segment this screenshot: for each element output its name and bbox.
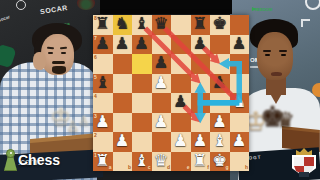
square-h7[interactable]: ♟ bbox=[230, 35, 250, 55]
square-f8[interactable]: ♜ bbox=[191, 15, 211, 35]
square-e7[interactable] bbox=[171, 35, 191, 55]
piece-black-p-g5[interactable]: ♟ bbox=[210, 73, 230, 93]
square-g8[interactable]: ♚ bbox=[210, 15, 230, 35]
piece-white-p-e2[interactable]: ♟ bbox=[171, 131, 191, 151]
piece-black-p-h7[interactable]: ♟ bbox=[230, 34, 250, 54]
wooden-white-pawn: ♙ bbox=[78, 113, 90, 128]
square-h4[interactable]: ♞ bbox=[230, 93, 250, 113]
piece-white-r-f1[interactable]: ♜ bbox=[191, 151, 211, 171]
square-e2[interactable]: ♟ bbox=[171, 132, 191, 152]
dgt-logo: DGT bbox=[249, 155, 262, 161]
shield-base bbox=[299, 172, 309, 177]
square-b7[interactable]: ♟ bbox=[113, 35, 133, 55]
chesscom-logo-text: Chess.com bbox=[18, 150, 38, 172]
event-crest-logo bbox=[289, 148, 319, 178]
square-d8[interactable]: ♛ bbox=[152, 15, 172, 35]
square-a4[interactable]: 4 bbox=[93, 93, 113, 113]
square-c3[interactable] bbox=[132, 113, 152, 133]
square-c4[interactable] bbox=[132, 93, 152, 113]
shield-quarter bbox=[294, 157, 304, 166]
square-e3[interactable] bbox=[171, 113, 191, 133]
square-f7[interactable]: ♟ bbox=[191, 35, 211, 55]
piece-black-p-d6[interactable]: ♟ bbox=[152, 53, 172, 73]
piece-white-b-c1[interactable]: ♝ bbox=[132, 151, 152, 171]
square-g6[interactable] bbox=[210, 54, 230, 74]
piece-black-p-a7[interactable]: ♟ bbox=[93, 34, 113, 54]
square-g2[interactable]: ♝ bbox=[210, 132, 230, 152]
piece-black-r-f8[interactable]: ♜ bbox=[191, 14, 211, 34]
rank-label-6: 6 bbox=[94, 55, 97, 60]
square-c6[interactable] bbox=[132, 54, 152, 74]
square-e1[interactable]: e bbox=[171, 152, 191, 172]
chesscom-logo[interactable]: Chess.com bbox=[4, 147, 96, 175]
shield-quarter bbox=[304, 157, 314, 166]
square-g7[interactable] bbox=[210, 35, 230, 55]
square-h2[interactable]: ♟ bbox=[230, 132, 250, 152]
file-label-e: e bbox=[187, 165, 190, 170]
piece-white-b-g2[interactable]: ♝ bbox=[210, 131, 230, 151]
piece-black-p-e4[interactable]: ♟ bbox=[171, 92, 191, 112]
square-a8[interactable]: 8♜ bbox=[93, 15, 113, 35]
player-right-eye bbox=[265, 54, 270, 56]
square-d7[interactable] bbox=[152, 35, 172, 55]
square-g3[interactable]: ♟ bbox=[210, 113, 230, 133]
square-f2[interactable]: ♟ bbox=[191, 132, 211, 152]
square-f6[interactable] bbox=[191, 54, 211, 74]
piece-black-b-a5[interactable]: ♝ bbox=[93, 73, 113, 93]
top-black-bar bbox=[100, 0, 232, 14]
square-b2[interactable]: ♟ bbox=[113, 132, 133, 152]
piece-black-b-c8[interactable]: ♝ bbox=[132, 14, 152, 34]
square-c8[interactable]: ♝ bbox=[132, 15, 152, 35]
piece-white-q-d1[interactable]: ♛ bbox=[152, 151, 172, 171]
piece-black-r-a8[interactable]: ♜ bbox=[93, 14, 113, 34]
rank-label-2: 2 bbox=[94, 133, 97, 138]
square-e5[interactable] bbox=[171, 74, 191, 94]
square-c2[interactable] bbox=[132, 132, 152, 152]
square-d1[interactable]: d♛ bbox=[152, 152, 172, 172]
square-c7[interactable]: ♟ bbox=[132, 35, 152, 55]
player-right-eyebrow bbox=[263, 50, 271, 52]
player-right-eye bbox=[281, 54, 286, 56]
square-d3[interactable]: ♟ bbox=[152, 113, 172, 133]
square-h3[interactable] bbox=[230, 113, 250, 133]
square-g4[interactable] bbox=[210, 93, 230, 113]
wooden-black-queen: ♛ bbox=[276, 108, 295, 132]
player-right-lips bbox=[271, 72, 282, 76]
square-h8[interactable] bbox=[230, 15, 250, 35]
circle-logo-icon bbox=[16, 0, 26, 10]
player-right-eyebrow bbox=[279, 50, 287, 52]
chess-board[interactable]: 8♜♞♝♛♜♚7♟♟♟♟♟6♟5♝♟♟4♟♞3♟♟♟2♟♟♟♝♟1a♜bc♝d♛… bbox=[93, 15, 249, 171]
file-label-b: b bbox=[128, 165, 131, 170]
player-left-mustache bbox=[52, 61, 65, 64]
pawn-mascot-eye bbox=[10, 152, 12, 154]
file-label-h: h bbox=[245, 165, 248, 170]
square-d5[interactable]: ♟ bbox=[152, 74, 172, 94]
square-b1[interactable]: b bbox=[113, 152, 133, 172]
square-a6[interactable]: 6 bbox=[93, 54, 113, 74]
player-left-eye bbox=[61, 52, 66, 54]
square-d2[interactable] bbox=[152, 132, 172, 152]
square-a5[interactable]: 5♝ bbox=[93, 74, 113, 94]
player-left-goatee bbox=[52, 66, 66, 74]
piece-white-p-a3[interactable]: ♟ bbox=[93, 112, 113, 132]
square-b8[interactable]: ♞ bbox=[113, 15, 133, 35]
piece-white-p-d5[interactable]: ♟ bbox=[152, 73, 172, 93]
square-b5[interactable] bbox=[113, 74, 133, 94]
square-a7[interactable]: 7♟ bbox=[93, 35, 113, 55]
piece-black-k-g8[interactable]: ♚ bbox=[210, 14, 230, 34]
square-e8[interactable] bbox=[171, 15, 191, 35]
piece-white-p-d3[interactable]: ♟ bbox=[152, 112, 172, 132]
piece-white-p-h2[interactable]: ♟ bbox=[230, 131, 250, 151]
square-b3[interactable] bbox=[113, 113, 133, 133]
piece-white-k-g1[interactable]: ♚ bbox=[210, 151, 230, 171]
square-g5[interactable]: ♟ bbox=[210, 74, 230, 94]
thumbnail-stage: SOCAR socar FREEDOM FREEDOM OM ♔ ♙ ♙ ♔ ♚… bbox=[0, 0, 320, 180]
square-h5[interactable] bbox=[230, 74, 250, 94]
square-h6[interactable] bbox=[230, 54, 250, 74]
square-h1[interactable]: h bbox=[230, 152, 250, 172]
piece-black-p-f7[interactable]: ♟ bbox=[191, 34, 211, 54]
piece-black-p-c7[interactable]: ♟ bbox=[132, 34, 152, 54]
square-a3[interactable]: 3♟ bbox=[93, 113, 113, 133]
board-grid: 8♜♞♝♛♜♚7♟♟♟♟♟6♟5♝♟♟4♟♞3♟♟♟2♟♟♟♝♟1a♜bc♝d♛… bbox=[93, 15, 249, 171]
square-e4[interactable]: ♟ bbox=[171, 93, 191, 113]
crown-icon bbox=[296, 148, 312, 155]
square-f5[interactable] bbox=[191, 74, 211, 94]
rank-label-4: 4 bbox=[94, 94, 97, 99]
square-f3[interactable] bbox=[191, 113, 211, 133]
square-b6[interactable] bbox=[113, 54, 133, 74]
pawn-mascot-body bbox=[4, 157, 17, 171]
player-left-eye bbox=[48, 52, 53, 54]
piece-white-p-g3[interactable]: ♟ bbox=[210, 112, 230, 132]
square-g1[interactable]: g♚ bbox=[210, 152, 230, 172]
square-c5[interactable] bbox=[132, 74, 152, 94]
piece-black-q-d8[interactable]: ♛ bbox=[152, 14, 172, 34]
square-b4[interactable] bbox=[113, 93, 133, 113]
piece-black-p-b7[interactable]: ♟ bbox=[113, 34, 133, 54]
piece-white-n-h4[interactable]: ♞ bbox=[230, 92, 250, 112]
piece-white-p-f2[interactable]: ♟ bbox=[191, 131, 211, 151]
bracket-mark-icon bbox=[301, 19, 310, 27]
square-d6[interactable]: ♟ bbox=[152, 54, 172, 74]
square-f4[interactable] bbox=[191, 93, 211, 113]
square-e6[interactable] bbox=[171, 54, 191, 74]
square-f1[interactable]: f♜ bbox=[191, 152, 211, 172]
square-c1[interactable]: c♝ bbox=[132, 152, 152, 172]
piece-black-n-b8[interactable]: ♞ bbox=[113, 14, 133, 34]
square-d4[interactable] bbox=[152, 93, 172, 113]
player-left-hand bbox=[33, 52, 46, 70]
piece-white-p-b2[interactable]: ♟ bbox=[113, 131, 133, 151]
